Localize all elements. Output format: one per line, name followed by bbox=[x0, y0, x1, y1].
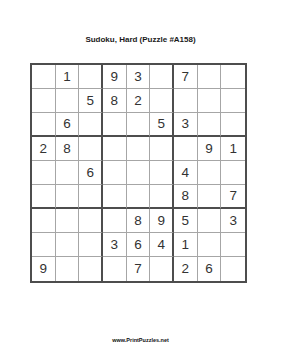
cell-r7c3 bbox=[79, 209, 103, 233]
cell-r9c9 bbox=[221, 257, 245, 281]
cell-r3c4 bbox=[103, 113, 127, 137]
cell-r1c2: 1 bbox=[56, 65, 80, 89]
cell-r3c8 bbox=[198, 113, 222, 137]
cell-r5c9 bbox=[221, 161, 245, 185]
cell-r1c8 bbox=[198, 65, 222, 89]
cell-r9c5: 7 bbox=[127, 257, 151, 281]
cell-r6c5 bbox=[127, 185, 151, 209]
cell-r7c8 bbox=[198, 209, 222, 233]
puzzle-title: Sudoku, Hard (Puzzle #A158) bbox=[0, 35, 281, 44]
cell-r1c9 bbox=[221, 65, 245, 89]
cell-r4c3 bbox=[79, 137, 103, 161]
cell-r6c3 bbox=[79, 185, 103, 209]
cell-r8c7: 1 bbox=[174, 233, 198, 257]
cell-r1c3 bbox=[79, 65, 103, 89]
cell-r8c1 bbox=[32, 233, 56, 257]
cell-r4c2: 8 bbox=[56, 137, 80, 161]
cell-r1c7: 7 bbox=[174, 65, 198, 89]
cell-r4c8: 9 bbox=[198, 137, 222, 161]
cell-r8c2 bbox=[56, 233, 80, 257]
cell-r6c4 bbox=[103, 185, 127, 209]
cell-r5c1 bbox=[32, 161, 56, 185]
cell-r4c5 bbox=[127, 137, 151, 161]
cell-r3c2: 6 bbox=[56, 113, 80, 137]
cell-r8c5: 6 bbox=[127, 233, 151, 257]
cell-r2c5: 2 bbox=[127, 89, 151, 113]
cell-r2c7 bbox=[174, 89, 198, 113]
cell-r4c1: 2 bbox=[32, 137, 56, 161]
sudoku-grid: 193758265328916487895336419726 bbox=[30, 63, 247, 283]
cell-r2c3: 5 bbox=[79, 89, 103, 113]
cell-r2c8 bbox=[198, 89, 222, 113]
cell-r4c4 bbox=[103, 137, 127, 161]
cell-r8c8 bbox=[198, 233, 222, 257]
cell-r7c4 bbox=[103, 209, 127, 233]
cell-r2c2 bbox=[56, 89, 80, 113]
cell-r9c8: 6 bbox=[198, 257, 222, 281]
cell-r9c2 bbox=[56, 257, 80, 281]
cell-r6c9: 7 bbox=[221, 185, 245, 209]
cell-r7c1 bbox=[32, 209, 56, 233]
cell-r7c9: 3 bbox=[221, 209, 245, 233]
cell-r3c7: 3 bbox=[174, 113, 198, 137]
cell-r5c3: 6 bbox=[79, 161, 103, 185]
cell-r9c1: 9 bbox=[32, 257, 56, 281]
cell-r9c6 bbox=[150, 257, 174, 281]
cell-r5c7: 4 bbox=[174, 161, 198, 185]
cell-r8c3 bbox=[79, 233, 103, 257]
cell-r5c6 bbox=[150, 161, 174, 185]
cell-r9c7: 2 bbox=[174, 257, 198, 281]
cell-r6c2 bbox=[56, 185, 80, 209]
cell-r3c5 bbox=[127, 113, 151, 137]
cell-r4c7 bbox=[174, 137, 198, 161]
cell-r4c9: 1 bbox=[221, 137, 245, 161]
cell-r6c1 bbox=[32, 185, 56, 209]
cell-r4c6 bbox=[150, 137, 174, 161]
cell-r6c6 bbox=[150, 185, 174, 209]
cell-r2c6 bbox=[150, 89, 174, 113]
cell-r6c7: 8 bbox=[174, 185, 198, 209]
cell-r2c1 bbox=[32, 89, 56, 113]
cell-r5c5 bbox=[127, 161, 151, 185]
cell-r3c9 bbox=[221, 113, 245, 137]
cell-r5c4 bbox=[103, 161, 127, 185]
cell-r2c9 bbox=[221, 89, 245, 113]
cell-r8c4: 3 bbox=[103, 233, 127, 257]
cell-r9c3 bbox=[79, 257, 103, 281]
cell-r1c5: 3 bbox=[127, 65, 151, 89]
cell-r8c6: 4 bbox=[150, 233, 174, 257]
cell-r7c7: 5 bbox=[174, 209, 198, 233]
footer-url: www.PrintPuzzles.net bbox=[0, 337, 281, 343]
cell-r1c6 bbox=[150, 65, 174, 89]
cell-r9c4 bbox=[103, 257, 127, 281]
cell-r5c8 bbox=[198, 161, 222, 185]
cell-r8c9 bbox=[221, 233, 245, 257]
cell-r2c4: 8 bbox=[103, 89, 127, 113]
cell-r3c1 bbox=[32, 113, 56, 137]
cell-r5c2 bbox=[56, 161, 80, 185]
cell-r7c6: 9 bbox=[150, 209, 174, 233]
cell-r7c5: 8 bbox=[127, 209, 151, 233]
cell-r3c3 bbox=[79, 113, 103, 137]
cell-r3c6: 5 bbox=[150, 113, 174, 137]
cell-r6c8 bbox=[198, 185, 222, 209]
cell-r7c2 bbox=[56, 209, 80, 233]
cell-r1c1 bbox=[32, 65, 56, 89]
cell-r1c4: 9 bbox=[103, 65, 127, 89]
